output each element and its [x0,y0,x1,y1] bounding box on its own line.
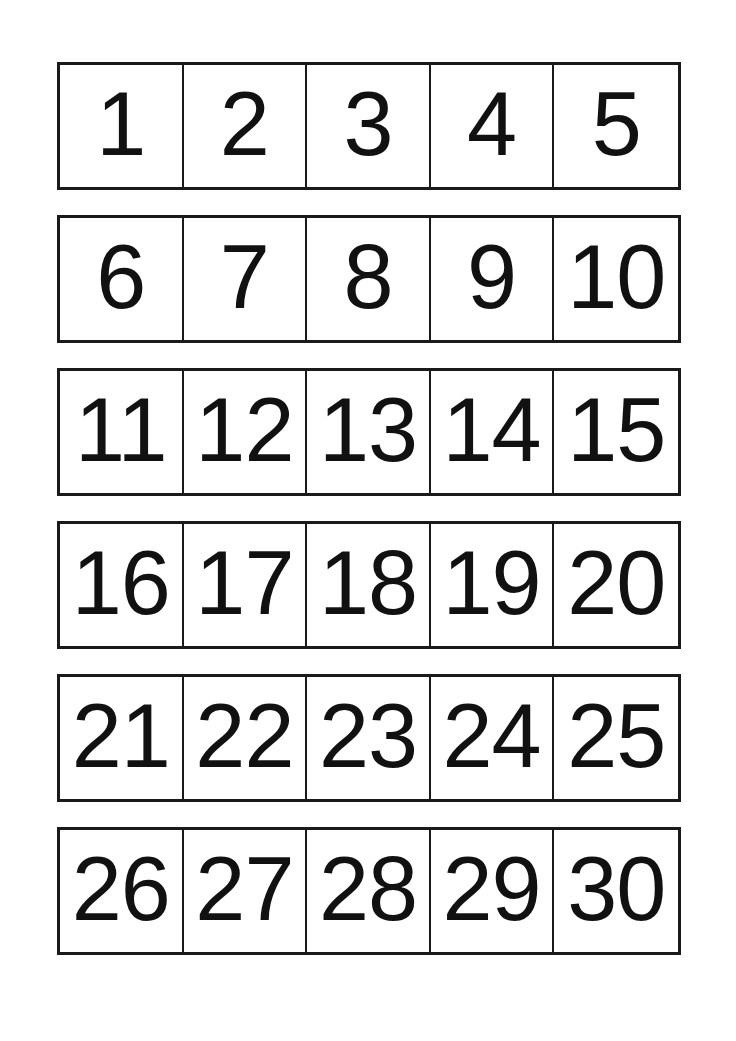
number-cell: 22 [184,677,308,799]
number-cell: 5 [554,65,678,187]
number-cell: 19 [431,524,555,646]
number-strip-3: 11 12 13 14 15 [57,368,681,496]
number-cell: 16 [60,524,184,646]
number-cell: 4 [431,65,555,187]
number-cell: 27 [184,830,308,952]
number-cell: 15 [554,371,678,493]
number-cell: 8 [307,218,431,340]
number-cell: 11 [60,371,184,493]
number-cell: 26 [60,830,184,952]
number-cell: 13 [307,371,431,493]
number-cell: 25 [554,677,678,799]
number-cell: 17 [184,524,308,646]
number-cell: 1 [60,65,184,187]
number-cell: 3 [307,65,431,187]
number-cell: 14 [431,371,555,493]
number-cell: 20 [554,524,678,646]
number-strip-6: 26 27 28 29 30 [57,827,681,955]
number-strip-1: 1 2 3 4 5 [57,62,681,190]
number-strip-5: 21 22 23 24 25 [57,674,681,802]
number-cell: 9 [431,218,555,340]
number-cell: 10 [554,218,678,340]
number-cell: 29 [431,830,555,952]
number-cell: 6 [60,218,184,340]
number-chart: 1 2 3 4 5 6 7 8 9 10 11 12 13 14 15 16 1… [57,62,681,955]
number-cell: 7 [184,218,308,340]
number-strip-4: 16 17 18 19 20 [57,521,681,649]
number-strip-2: 6 7 8 9 10 [57,215,681,343]
number-cell: 12 [184,371,308,493]
number-cell: 23 [307,677,431,799]
number-cell: 24 [431,677,555,799]
number-cell: 2 [184,65,308,187]
number-cell: 21 [60,677,184,799]
number-cell: 28 [307,830,431,952]
number-cell: 30 [554,830,678,952]
number-cell: 18 [307,524,431,646]
